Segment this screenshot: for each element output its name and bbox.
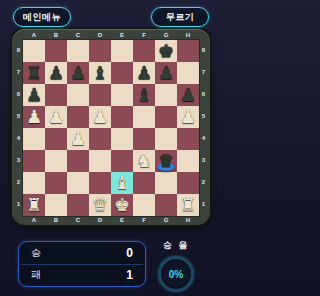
square-f4[interactable]	[133, 128, 155, 150]
square-b5[interactable]: ♟	[45, 106, 67, 128]
file-labels-bottom: ABCDEFGH	[15, 217, 207, 224]
square-b3[interactable]	[45, 150, 67, 172]
square-c3[interactable]	[67, 150, 89, 172]
black-bishop-d7[interactable]: ♝	[89, 62, 111, 84]
square-f1[interactable]	[133, 194, 155, 216]
square-h3[interactable]	[177, 150, 199, 172]
square-e8[interactable]	[111, 40, 133, 62]
square-c8[interactable]	[67, 40, 89, 62]
square-h1[interactable]: ♜	[177, 194, 199, 216]
square-a1[interactable]: ♜	[23, 194, 45, 216]
square-h7[interactable]	[177, 62, 199, 84]
rank-label: 4	[15, 127, 22, 149]
square-e1[interactable]: ♚	[111, 194, 133, 216]
square-h6[interactable]: ♟	[177, 84, 199, 106]
file-label: A	[23, 217, 45, 224]
square-b6[interactable]	[45, 84, 67, 106]
square-c2[interactable]	[67, 172, 89, 194]
black-pawn-b7[interactable]: ♟	[45, 62, 67, 84]
white-king-e1[interactable]: ♚	[111, 194, 133, 216]
square-c7[interactable]: ♟	[67, 62, 89, 84]
square-a5[interactable]: ♟	[23, 106, 45, 128]
black-pawn-f7[interactable]: ♟	[133, 62, 155, 84]
square-b7[interactable]: ♟	[45, 62, 67, 84]
rank-label: 8	[15, 39, 22, 61]
losses-value: 1	[126, 268, 133, 282]
rank-label: 2	[200, 171, 207, 193]
square-a2[interactable]	[23, 172, 45, 194]
white-pawn-c4[interactable]: ♟	[67, 128, 89, 150]
rank-label: 5	[15, 105, 22, 127]
rank-label: 3	[200, 149, 207, 171]
square-g6[interactable]	[155, 84, 177, 106]
rank-label: 1	[200, 193, 207, 215]
square-f7[interactable]: ♟	[133, 62, 155, 84]
square-a6[interactable]: ♟	[23, 84, 45, 106]
square-g3[interactable]: ♛	[155, 150, 177, 172]
square-e3[interactable]	[111, 150, 133, 172]
black-bishop-f6[interactable]: ♝	[133, 84, 155, 106]
square-d1[interactable]: ♛	[89, 194, 111, 216]
top-toolbar: 메인메뉴 무르기	[0, 0, 222, 27]
file-label: C	[67, 217, 89, 224]
square-e4[interactable]	[111, 128, 133, 150]
square-d7[interactable]: ♝	[89, 62, 111, 84]
losses-row: 패 1	[19, 265, 145, 287]
main-menu-button[interactable]: 메인메뉴	[13, 7, 71, 27]
black-pawn-g7[interactable]: ♟	[155, 62, 177, 84]
rank-label: 3	[15, 149, 22, 171]
wins-label: 승	[31, 246, 41, 260]
black-pawn-h6[interactable]: ♟	[177, 84, 199, 106]
square-b1[interactable]	[45, 194, 67, 216]
white-pawn-a5[interactable]: ♟	[23, 106, 45, 128]
square-g5[interactable]	[155, 106, 177, 128]
black-queen-g3[interactable]: ♛	[155, 150, 177, 172]
file-label: F	[133, 32, 155, 39]
square-f3[interactable]: ♞	[133, 150, 155, 172]
square-e2[interactable]: ♝	[111, 172, 133, 194]
square-f5[interactable]	[133, 106, 155, 128]
file-label: G	[155, 217, 177, 224]
rank-label: 7	[200, 61, 207, 83]
file-label: D	[89, 32, 111, 39]
square-h8[interactable]	[177, 40, 199, 62]
square-a4[interactable]	[23, 128, 45, 150]
rank-label: 4	[200, 127, 207, 149]
file-label: C	[67, 32, 89, 39]
rank-label: 8	[200, 39, 207, 61]
square-b8[interactable]	[45, 40, 67, 62]
wins-value: 0	[126, 246, 133, 260]
square-d4[interactable]	[89, 128, 111, 150]
square-d6[interactable]	[89, 84, 111, 106]
file-label: E	[111, 32, 133, 39]
black-pawn-a6[interactable]: ♟	[23, 84, 45, 106]
file-labels-top: ABCDEFGH	[15, 32, 207, 39]
file-label: B	[45, 217, 67, 224]
rank-labels-left: 87654321	[15, 39, 22, 217]
square-g8[interactable]: ♚	[155, 40, 177, 62]
winrate-block: 승 율 0%	[146, 239, 206, 292]
wins-row: 승 0	[19, 242, 145, 264]
file-label: H	[177, 32, 199, 39]
square-b2[interactable]	[45, 172, 67, 194]
square-g1[interactable]	[155, 194, 177, 216]
square-c4[interactable]: ♟	[67, 128, 89, 150]
winrate-progress-ring: 0%	[158, 256, 194, 292]
square-g2[interactable]	[155, 172, 177, 194]
square-e6[interactable]	[111, 84, 133, 106]
black-pawn-c7[interactable]: ♟	[67, 62, 89, 84]
white-queen-d1[interactable]: ♛	[89, 194, 111, 216]
rank-label: 6	[200, 83, 207, 105]
white-pawn-b5[interactable]: ♟	[45, 106, 67, 128]
white-pawn-d5[interactable]: ♟	[89, 106, 111, 128]
file-label: G	[155, 32, 177, 39]
square-e7[interactable]	[111, 62, 133, 84]
square-f8[interactable]	[133, 40, 155, 62]
square-f2[interactable]	[133, 172, 155, 194]
square-e5[interactable]	[111, 106, 133, 128]
file-label: A	[23, 32, 45, 39]
white-bishop-e2[interactable]: ♝	[111, 172, 133, 194]
square-c1[interactable]	[67, 194, 89, 216]
file-label: B	[45, 32, 67, 39]
rank-labels-right: 87654321	[200, 39, 207, 217]
white-pawn-h5[interactable]: ♟	[177, 106, 199, 128]
white-rook-h1[interactable]: ♜	[177, 194, 199, 216]
square-d3[interactable]	[89, 150, 111, 172]
square-a7[interactable]: ♜	[23, 62, 45, 84]
rank-label: 7	[15, 61, 22, 83]
square-f6[interactable]: ♝	[133, 84, 155, 106]
black-king-g8[interactable]: ♚	[155, 40, 177, 62]
square-c5[interactable]	[67, 106, 89, 128]
losses-label: 패	[31, 268, 41, 282]
rank-label: 6	[15, 83, 22, 105]
white-knight-f3[interactable]: ♞	[133, 150, 155, 172]
file-label: H	[177, 217, 199, 224]
square-a3[interactable]	[23, 150, 45, 172]
rank-label: 1	[15, 193, 22, 215]
file-label: F	[133, 217, 155, 224]
score-panel: 승 0 패 1	[18, 241, 146, 287]
square-h4[interactable]	[177, 128, 199, 150]
square-g4[interactable]	[155, 128, 177, 150]
black-rook-a7[interactable]: ♜	[23, 62, 45, 84]
square-b4[interactable]	[45, 128, 67, 150]
square-a8[interactable]	[23, 40, 45, 62]
white-rook-a1[interactable]: ♜	[23, 194, 45, 216]
stats-area: 승 0 패 1 승 율 0%	[0, 225, 222, 292]
square-h2[interactable]	[177, 172, 199, 194]
undo-button[interactable]: 무르기	[151, 7, 209, 27]
square-d5[interactable]: ♟	[89, 106, 111, 128]
square-d2[interactable]	[89, 172, 111, 194]
rank-label: 5	[200, 105, 207, 127]
winrate-label: 승 율	[163, 239, 190, 252]
winrate-value: 0%	[169, 269, 183, 280]
square-d8[interactable]	[89, 40, 111, 62]
chess-board-frame: ABCDEFGH 87654321 ♚♜♟♟♝♟♟♟♝♟♟♟♟♟♟♞♛♝♜♛♚♜…	[12, 29, 210, 225]
board-grid: ♚♜♟♟♝♟♟♟♝♟♟♟♟♟♟♞♛♝♜♛♚♜	[22, 39, 200, 217]
square-c6[interactable]	[67, 84, 89, 106]
file-label: D	[89, 217, 111, 224]
square-g7[interactable]: ♟	[155, 62, 177, 84]
file-label: E	[111, 217, 133, 224]
square-h5[interactable]: ♟	[177, 106, 199, 128]
rank-label: 2	[15, 171, 22, 193]
